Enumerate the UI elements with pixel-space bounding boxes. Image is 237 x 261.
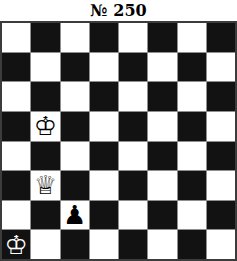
square-d3[interactable] — [90, 171, 118, 200]
square-h8[interactable] — [207, 23, 235, 52]
square-g8[interactable] — [178, 23, 206, 52]
square-f6[interactable] — [148, 82, 176, 111]
square-f7[interactable] — [148, 53, 176, 82]
square-e8[interactable] — [119, 23, 147, 52]
square-a8[interactable] — [2, 23, 30, 52]
square-h1[interactable] — [207, 230, 235, 259]
square-h6[interactable] — [207, 82, 235, 111]
square-g4[interactable] — [178, 142, 206, 171]
square-e1[interactable] — [119, 230, 147, 259]
square-b4[interactable] — [31, 142, 59, 171]
square-d6[interactable] — [90, 82, 118, 111]
square-c2[interactable]: ♟ — [61, 201, 89, 230]
square-f1[interactable] — [148, 230, 176, 259]
puzzle-number: № 250 — [0, 0, 237, 21]
square-d2[interactable] — [90, 201, 118, 230]
square-h2[interactable] — [207, 201, 235, 230]
square-h3[interactable] — [207, 171, 235, 200]
square-g5[interactable] — [178, 112, 206, 141]
square-h4[interactable] — [207, 142, 235, 171]
square-c8[interactable] — [61, 23, 89, 52]
square-f4[interactable] — [148, 142, 176, 171]
square-e5[interactable] — [119, 112, 147, 141]
square-a5[interactable] — [2, 112, 30, 141]
square-g7[interactable] — [178, 53, 206, 82]
square-a2[interactable] — [2, 201, 30, 230]
square-b1[interactable] — [31, 230, 59, 259]
square-g3[interactable] — [178, 171, 206, 200]
square-b7[interactable] — [31, 53, 59, 82]
square-c6[interactable] — [61, 82, 89, 111]
square-g1[interactable] — [178, 230, 206, 259]
square-c7[interactable] — [61, 53, 89, 82]
square-a6[interactable] — [2, 82, 30, 111]
square-g2[interactable] — [178, 201, 206, 230]
white-king: ♔ — [31, 112, 59, 141]
square-c3[interactable] — [61, 171, 89, 200]
square-e6[interactable] — [119, 82, 147, 111]
square-d7[interactable] — [90, 53, 118, 82]
square-h7[interactable] — [207, 53, 235, 82]
square-d1[interactable] — [90, 230, 118, 259]
square-c4[interactable] — [61, 142, 89, 171]
square-a7[interactable] — [2, 53, 30, 82]
square-b5[interactable]: ♔ — [31, 112, 59, 141]
square-c5[interactable] — [61, 112, 89, 141]
square-b8[interactable] — [31, 23, 59, 52]
square-b2[interactable] — [31, 201, 59, 230]
square-d4[interactable] — [90, 142, 118, 171]
square-d5[interactable] — [90, 112, 118, 141]
square-e4[interactable] — [119, 142, 147, 171]
square-c1[interactable] — [61, 230, 89, 259]
square-a3[interactable] — [2, 171, 30, 200]
square-d8[interactable] — [90, 23, 118, 52]
black-king: ♔ — [2, 230, 30, 259]
square-b3[interactable]: ♕ — [31, 171, 59, 200]
square-f8[interactable] — [148, 23, 176, 52]
square-f5[interactable] — [148, 112, 176, 141]
square-a4[interactable] — [2, 142, 30, 171]
square-b6[interactable] — [31, 82, 59, 111]
square-f2[interactable] — [148, 201, 176, 230]
square-e2[interactable] — [119, 201, 147, 230]
black-pawn: ♟ — [61, 201, 89, 230]
square-a1[interactable]: ♔ — [2, 230, 30, 259]
white-queen: ♕ — [31, 171, 59, 200]
square-f3[interactable] — [148, 171, 176, 200]
square-g6[interactable] — [178, 82, 206, 111]
square-h5[interactable] — [207, 112, 235, 141]
square-e7[interactable] — [119, 53, 147, 82]
square-e3[interactable] — [119, 171, 147, 200]
chess-board: ♔♕♟♔ — [0, 21, 237, 261]
